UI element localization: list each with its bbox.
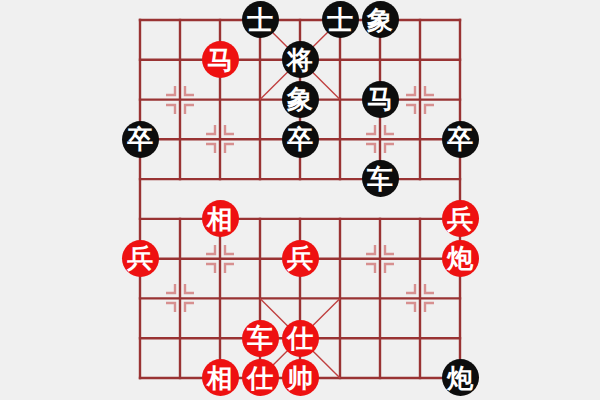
piece-black-elephant[interactable]: 象 bbox=[282, 81, 319, 118]
piece-red-cannon[interactable]: 炮 bbox=[442, 240, 479, 277]
piece-black-soldier[interactable]: 卒 bbox=[442, 121, 479, 158]
piece-black-soldier[interactable]: 卒 bbox=[282, 121, 319, 158]
piece-black-general[interactable]: 将 bbox=[282, 41, 319, 78]
piece-black-cannon[interactable]: 炮 bbox=[442, 359, 479, 396]
piece-black-chariot[interactable]: 车 bbox=[362, 160, 399, 197]
piece-black-advisor[interactable]: 士 bbox=[242, 1, 279, 38]
piece-red-elephant[interactable]: 相 bbox=[202, 200, 239, 237]
piece-red-soldier[interactable]: 兵 bbox=[282, 240, 319, 277]
piece-red-advisor[interactable]: 仕 bbox=[282, 320, 319, 357]
piece-red-chariot[interactable]: 车 bbox=[242, 320, 279, 357]
piece-red-soldier[interactable]: 兵 bbox=[442, 200, 479, 237]
piece-red-advisor[interactable]: 仕 bbox=[242, 359, 279, 396]
piece-black-soldier[interactable]: 卒 bbox=[122, 121, 159, 158]
xiangqi-board: 士士象马将象马卒卒卒车相兵兵兵炮车仕相仕帅炮 bbox=[0, 0, 600, 400]
pieces-layer[interactable]: 士士象马将象马卒卒卒车相兵兵兵炮车仕相仕帅炮 bbox=[120, 0, 480, 398]
piece-black-horse[interactable]: 马 bbox=[362, 81, 399, 118]
piece-black-advisor[interactable]: 士 bbox=[322, 1, 359, 38]
piece-red-general[interactable]: 帅 bbox=[282, 359, 319, 396]
piece-black-elephant[interactable]: 象 bbox=[362, 1, 399, 38]
piece-red-horse[interactable]: 马 bbox=[202, 41, 239, 78]
piece-red-soldier[interactable]: 兵 bbox=[122, 240, 159, 277]
piece-red-elephant[interactable]: 相 bbox=[202, 359, 239, 396]
